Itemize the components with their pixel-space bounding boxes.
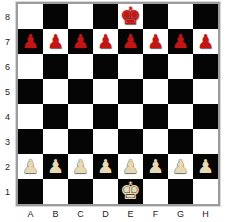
square-f1[interactable] <box>143 179 168 204</box>
rank-label-5: 5 <box>0 79 15 104</box>
square-a6[interactable] <box>18 54 43 79</box>
square-c4[interactable] <box>68 104 93 129</box>
rank-labels: 87654321 <box>0 4 15 204</box>
file-label-h: H <box>193 207 218 221</box>
rank-label-1: 1 <box>0 179 15 204</box>
square-g7[interactable]: ♟ <box>168 29 193 54</box>
square-e4[interactable] <box>118 104 143 129</box>
square-a3[interactable] <box>18 129 43 154</box>
square-b6[interactable] <box>43 54 68 79</box>
square-f8[interactable] <box>143 4 168 29</box>
white-pawn[interactable]: ♟ <box>97 157 114 176</box>
file-label-d: D <box>93 207 118 221</box>
square-g3[interactable] <box>168 129 193 154</box>
square-h5[interactable] <box>193 79 218 104</box>
square-a7[interactable]: ♟ <box>18 29 43 54</box>
square-f2[interactable]: ♟ <box>143 154 168 179</box>
square-e8[interactable]: ♚ <box>118 4 143 29</box>
red-pawn[interactable]: ♟ <box>172 32 189 51</box>
square-g5[interactable] <box>168 79 193 104</box>
rank-label-6: 6 <box>0 54 15 79</box>
square-c2[interactable]: ♟ <box>68 154 93 179</box>
square-g4[interactable] <box>168 104 193 129</box>
square-g6[interactable] <box>168 54 193 79</box>
square-c8[interactable] <box>68 4 93 29</box>
file-label-g: G <box>168 207 193 221</box>
white-king[interactable]: ♚ <box>120 179 142 203</box>
file-label-f: F <box>143 207 168 221</box>
square-c7[interactable]: ♟ <box>68 29 93 54</box>
red-pawn[interactable]: ♟ <box>47 32 64 51</box>
square-e7[interactable]: ♟ <box>118 29 143 54</box>
red-pawn[interactable]: ♟ <box>122 32 139 51</box>
white-pawn[interactable]: ♟ <box>22 157 39 176</box>
white-pawn[interactable]: ♟ <box>47 157 64 176</box>
square-d8[interactable] <box>93 4 118 29</box>
white-pawn[interactable]: ♟ <box>122 157 139 176</box>
square-c6[interactable] <box>68 54 93 79</box>
square-a5[interactable] <box>18 79 43 104</box>
square-d7[interactable]: ♟ <box>93 29 118 54</box>
file-label-c: C <box>68 207 93 221</box>
red-pawn[interactable]: ♟ <box>97 32 114 51</box>
file-label-e: E <box>118 207 143 221</box>
square-h3[interactable] <box>193 129 218 154</box>
rank-label-8: 8 <box>0 4 15 29</box>
square-b2[interactable]: ♟ <box>43 154 68 179</box>
square-d2[interactable]: ♟ <box>93 154 118 179</box>
file-labels: ABCDEFGH <box>18 207 218 221</box>
square-g1[interactable] <box>168 179 193 204</box>
square-b1[interactable] <box>43 179 68 204</box>
square-c3[interactable] <box>68 129 93 154</box>
red-pawn[interactable]: ♟ <box>197 32 214 51</box>
square-e3[interactable] <box>118 129 143 154</box>
square-d6[interactable] <box>93 54 118 79</box>
square-h6[interactable] <box>193 54 218 79</box>
red-pawn[interactable]: ♟ <box>72 32 89 51</box>
square-c5[interactable] <box>68 79 93 104</box>
rank-label-2: 2 <box>0 154 15 179</box>
square-d1[interactable] <box>93 179 118 204</box>
board-frame: ♚♟♟♟♟♟♟♟♟♟♟♟♟♟♟♟♟♚ <box>16 2 220 206</box>
square-h4[interactable] <box>193 104 218 129</box>
square-e1[interactable]: ♚ <box>118 179 143 204</box>
chess-board: ♚♟♟♟♟♟♟♟♟♟♟♟♟♟♟♟♟♚ <box>18 4 218 204</box>
white-pawn[interactable]: ♟ <box>197 157 214 176</box>
square-b7[interactable]: ♟ <box>43 29 68 54</box>
rank-label-3: 3 <box>0 129 15 154</box>
white-pawn[interactable]: ♟ <box>72 157 89 176</box>
square-g8[interactable] <box>168 4 193 29</box>
square-h7[interactable]: ♟ <box>193 29 218 54</box>
file-label-a: A <box>18 207 43 221</box>
square-f3[interactable] <box>143 129 168 154</box>
square-e5[interactable] <box>118 79 143 104</box>
white-pawn[interactable]: ♟ <box>147 157 164 176</box>
square-d5[interactable] <box>93 79 118 104</box>
square-f7[interactable]: ♟ <box>143 29 168 54</box>
file-label-b: B <box>43 207 68 221</box>
square-h8[interactable] <box>193 4 218 29</box>
red-pawn[interactable]: ♟ <box>22 32 39 51</box>
square-d4[interactable] <box>93 104 118 129</box>
square-g2[interactable]: ♟ <box>168 154 193 179</box>
square-f5[interactable] <box>143 79 168 104</box>
square-d3[interactable] <box>93 129 118 154</box>
square-b3[interactable] <box>43 129 68 154</box>
square-b8[interactable] <box>43 4 68 29</box>
rank-label-7: 7 <box>0 29 15 54</box>
square-b5[interactable] <box>43 79 68 104</box>
square-a1[interactable] <box>18 179 43 204</box>
white-pawn[interactable]: ♟ <box>172 157 189 176</box>
square-f6[interactable] <box>143 54 168 79</box>
square-a4[interactable] <box>18 104 43 129</box>
red-pawn[interactable]: ♟ <box>147 32 164 51</box>
square-e6[interactable] <box>118 54 143 79</box>
square-c1[interactable] <box>68 179 93 204</box>
square-h1[interactable] <box>193 179 218 204</box>
square-f4[interactable] <box>143 104 168 129</box>
red-king[interactable]: ♚ <box>120 4 142 28</box>
square-e2[interactable]: ♟ <box>118 154 143 179</box>
rank-label-4: 4 <box>0 104 15 129</box>
square-a2[interactable]: ♟ <box>18 154 43 179</box>
square-h2[interactable]: ♟ <box>193 154 218 179</box>
square-b4[interactable] <box>43 104 68 129</box>
chess-diagram: 87654321 ♚♟♟♟♟♟♟♟♟♟♟♟♟♟♟♟♟♚ ABCDEFGH <box>0 0 227 222</box>
square-a8[interactable] <box>18 4 43 29</box>
